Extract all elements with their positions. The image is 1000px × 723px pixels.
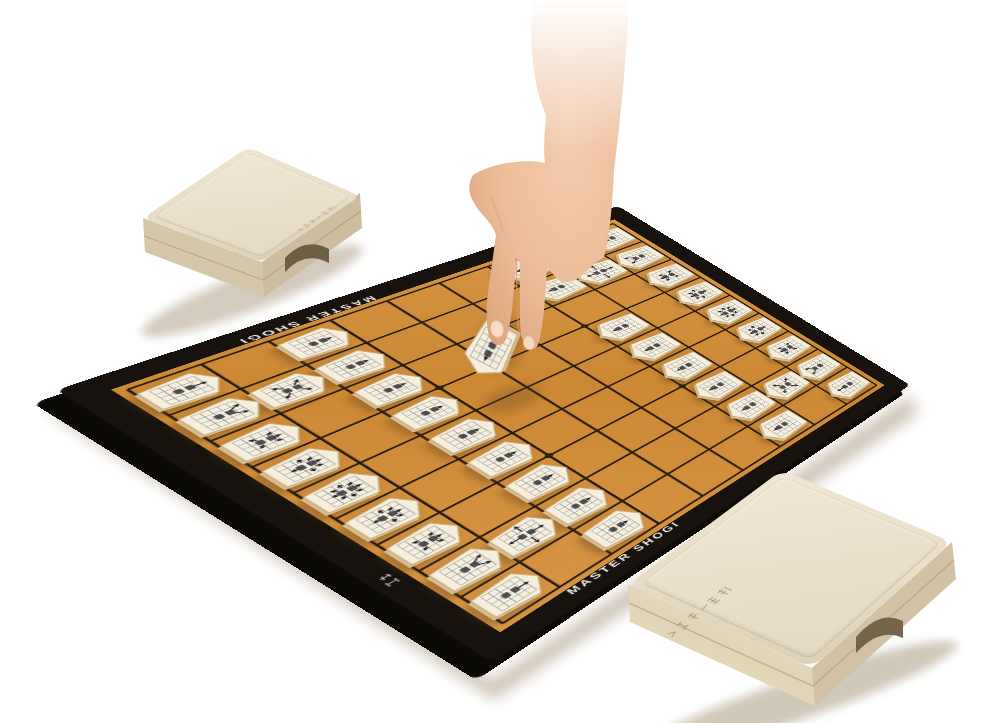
- product-photo-scene: MASTER SHOGI MASTER SHOGI: [0, 0, 1000, 723]
- finger-crease: [516, 258, 519, 333]
- arm-white-fade: [500, 0, 650, 150]
- hand: [370, 0, 700, 430]
